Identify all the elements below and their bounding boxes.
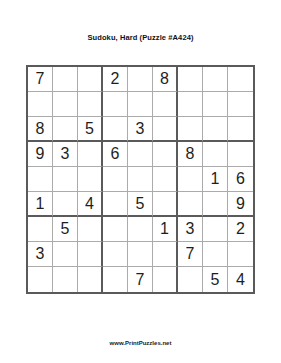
cell-r4c1: 9: [28, 142, 53, 167]
cell-r6c3: 4: [78, 192, 103, 217]
cell-r8c5: [128, 242, 153, 267]
cell-r5c9: 6: [228, 167, 253, 192]
cell-r5c5: [128, 167, 153, 192]
cell-r7c7: 3: [178, 217, 203, 242]
cell-r1c2: [53, 67, 78, 92]
cell-r8c1: 3: [28, 242, 53, 267]
cell-r2c2: [53, 92, 78, 117]
cell-r5c3: [78, 167, 103, 192]
cell-r8c6: [153, 242, 178, 267]
cell-r7c4: [103, 217, 128, 242]
cell-r7c8: [203, 217, 228, 242]
cell-r3c5: 3: [128, 117, 153, 142]
cell-r3c2: [53, 117, 78, 142]
cell-r3c9: [228, 117, 253, 142]
cell-r7c2: 5: [53, 217, 78, 242]
cell-r8c4: [103, 242, 128, 267]
cell-r3c3: 5: [78, 117, 103, 142]
cell-r2c3: [78, 92, 103, 117]
cell-r4c7: 8: [178, 142, 203, 167]
cell-r6c6: [153, 192, 178, 217]
cell-r2c9: [228, 92, 253, 117]
cell-r9c5: 7: [128, 267, 153, 292]
cell-r1c6: 8: [153, 67, 178, 92]
cell-r1c4: 2: [103, 67, 128, 92]
cell-r6c9: 9: [228, 192, 253, 217]
cell-r5c4: [103, 167, 128, 192]
puzzle-page: Sudoku, Hard (Puzzle #A424) 728853936816…: [0, 0, 281, 363]
cell-r6c8: [203, 192, 228, 217]
cell-r6c7: [178, 192, 203, 217]
cell-r7c6: 1: [153, 217, 178, 242]
cell-r3c4: [103, 117, 128, 142]
cell-r4c3: [78, 142, 103, 167]
cell-r2c1: [28, 92, 53, 117]
cell-r7c1: [28, 217, 53, 242]
cell-r4c5: [128, 142, 153, 167]
cell-r5c1: [28, 167, 53, 192]
cell-r1c1: 7: [28, 67, 53, 92]
cell-r8c8: [203, 242, 228, 267]
cell-r1c5: [128, 67, 153, 92]
cell-r4c9: [228, 142, 253, 167]
cell-r3c7: [178, 117, 203, 142]
cell-r9c1: [28, 267, 53, 292]
cell-r4c6: [153, 142, 178, 167]
cell-r8c7: 7: [178, 242, 203, 267]
cell-r2c8: [203, 92, 228, 117]
cell-r6c5: 5: [128, 192, 153, 217]
cell-r1c8: [203, 67, 228, 92]
cell-r6c2: [53, 192, 78, 217]
cell-r2c6: [153, 92, 178, 117]
cell-r1c3: [78, 67, 103, 92]
cell-r1c9: [228, 67, 253, 92]
cell-r9c6: [153, 267, 178, 292]
cell-r2c4: [103, 92, 128, 117]
cell-r9c9: 4: [228, 267, 253, 292]
cell-r9c8: 5: [203, 267, 228, 292]
cell-r1c7: [178, 67, 203, 92]
cell-r3c1: 8: [28, 117, 53, 142]
cell-r5c2: [53, 167, 78, 192]
cell-r2c5: [128, 92, 153, 117]
cell-r9c7: [178, 267, 203, 292]
cell-r5c6: [153, 167, 178, 192]
cell-r6c4: [103, 192, 128, 217]
cell-r5c8: 1: [203, 167, 228, 192]
cell-r4c2: 3: [53, 142, 78, 167]
footer-url: www.PrintPuzzles.net: [0, 340, 281, 346]
cell-r8c3: [78, 242, 103, 267]
cell-r3c6: [153, 117, 178, 142]
sudoku-board: 7288539368161459513237754: [26, 65, 255, 294]
cell-r7c9: 2: [228, 217, 253, 242]
cell-r2c7: [178, 92, 203, 117]
puzzle-title: Sudoku, Hard (Puzzle #A424): [0, 33, 281, 42]
cell-r4c4: 6: [103, 142, 128, 167]
cell-r9c3: [78, 267, 103, 292]
cell-r4c8: [203, 142, 228, 167]
cell-r8c2: [53, 242, 78, 267]
cell-r3c8: [203, 117, 228, 142]
cell-r9c2: [53, 267, 78, 292]
cell-r9c4: [103, 267, 128, 292]
cell-r8c9: [228, 242, 253, 267]
cell-r7c3: [78, 217, 103, 242]
cell-r5c7: [178, 167, 203, 192]
cell-r7c5: [128, 217, 153, 242]
cell-r6c1: 1: [28, 192, 53, 217]
